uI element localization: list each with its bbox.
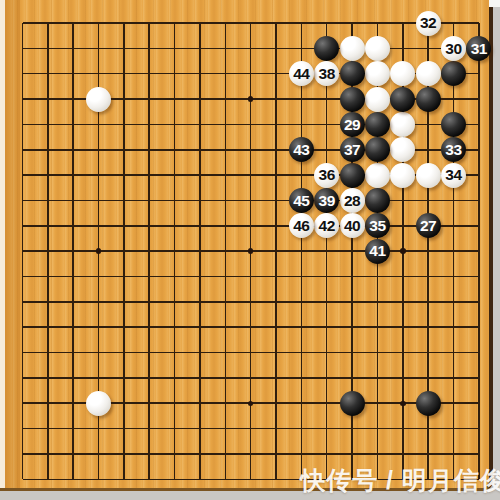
- stone-white: [416, 61, 441, 86]
- stone-black-move-41: 41: [365, 239, 390, 264]
- move-number: 43: [289, 137, 314, 162]
- grid-line-vertical: [301, 23, 303, 479]
- move-number: 33: [441, 137, 466, 162]
- move-number: 45: [289, 188, 314, 213]
- stone-white: [365, 36, 390, 61]
- stone-white: [340, 36, 365, 61]
- move-number: 29: [340, 112, 365, 137]
- stone-black: [416, 391, 441, 416]
- move-number: 46: [289, 213, 314, 238]
- stone-black-move-27: 27: [416, 213, 441, 238]
- stone-black-move-45: 45: [289, 188, 314, 213]
- stone-black: [441, 112, 466, 137]
- stone-white: [365, 87, 390, 112]
- stone-black: [340, 163, 365, 188]
- move-number: 27: [416, 213, 441, 238]
- grid-line-horizontal: [23, 453, 479, 455]
- background-corner-top-right: [489, 0, 500, 7]
- grid-line-horizontal: [23, 276, 479, 278]
- stone-white-move-32: 32: [416, 11, 441, 36]
- stone-white: [390, 61, 415, 86]
- stone-white-move-34: 34: [441, 163, 466, 188]
- move-number: 36: [314, 163, 339, 188]
- move-number: 37: [340, 137, 365, 162]
- grid-line-vertical: [478, 23, 480, 479]
- stone-white: [86, 87, 111, 112]
- stone-white: [390, 137, 415, 162]
- stone-white: [416, 163, 441, 188]
- stone-black: [365, 188, 390, 213]
- stone-white-move-30: 30: [441, 36, 466, 61]
- grid-line-vertical: [453, 23, 455, 479]
- star-point: [248, 96, 254, 102]
- stone-black-move-29: 29: [340, 112, 365, 137]
- grid-line-horizontal: [23, 326, 479, 328]
- stone-black: [365, 112, 390, 137]
- star-point: [400, 401, 406, 407]
- grid-line-horizontal: [23, 301, 479, 303]
- stone-white-move-44: 44: [289, 61, 314, 86]
- move-number: 44: [289, 61, 314, 86]
- move-number: 40: [340, 213, 365, 238]
- stone-white: [390, 112, 415, 137]
- move-number: 32: [416, 11, 441, 36]
- star-point: [96, 248, 102, 254]
- grid-line-horizontal: [23, 428, 479, 430]
- move-number: 39: [314, 188, 339, 213]
- star-point: [248, 248, 254, 254]
- move-number: 30: [441, 36, 466, 61]
- stone-black: [340, 87, 365, 112]
- stone-black-move-37: 37: [340, 137, 365, 162]
- stone-white: [365, 61, 390, 86]
- star-point: [248, 401, 254, 407]
- move-number: 28: [340, 188, 365, 213]
- stone-black: [390, 87, 415, 112]
- screenshot-root: 2728293031323334353637383940414243444546…: [0, 0, 500, 500]
- grid-line-vertical: [275, 23, 277, 479]
- stone-black: [416, 87, 441, 112]
- stone-white-move-46: 46: [289, 213, 314, 238]
- grid-line-horizontal: [23, 352, 479, 354]
- stone-black-move-31: 31: [466, 36, 491, 61]
- stone-black-move-35: 35: [365, 213, 390, 238]
- move-number: 41: [365, 239, 390, 264]
- grid-line-horizontal: [23, 377, 479, 379]
- stone-black-move-33: 33: [441, 137, 466, 162]
- watermark-text: 快传号 / 明月信俊: [300, 464, 500, 497]
- move-number: 34: [441, 163, 466, 188]
- stone-white: [365, 163, 390, 188]
- stone-black: [314, 36, 339, 61]
- stone-white: [86, 391, 111, 416]
- stone-black-move-43: 43: [289, 137, 314, 162]
- stone-white-move-40: 40: [340, 213, 365, 238]
- star-point: [400, 248, 406, 254]
- board-left-border-band: [5, 0, 20, 488]
- move-number: 31: [466, 36, 491, 61]
- stone-black: [365, 137, 390, 162]
- move-number: 35: [365, 213, 390, 238]
- go-board[interactable]: 2728293031323334353637383940414243444546: [0, 0, 493, 491]
- stone-white-move-38: 38: [314, 61, 339, 86]
- stone-white-move-42: 42: [314, 213, 339, 238]
- stone-black: [340, 61, 365, 86]
- stone-white-move-28: 28: [340, 188, 365, 213]
- stone-white: [390, 163, 415, 188]
- move-number: 42: [314, 213, 339, 238]
- stone-black: [441, 61, 466, 86]
- grid-line-vertical: [326, 23, 328, 479]
- stone-white-move-36: 36: [314, 163, 339, 188]
- move-number: 38: [314, 61, 339, 86]
- stone-black: [340, 391, 365, 416]
- stone-black-move-39: 39: [314, 188, 339, 213]
